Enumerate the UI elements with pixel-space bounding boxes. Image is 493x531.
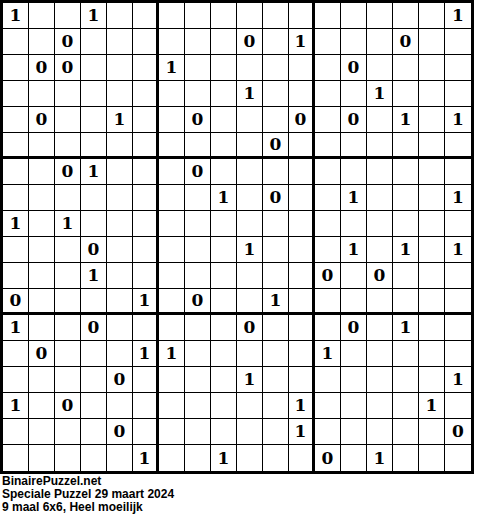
cell-r13c12[interactable] xyxy=(289,315,315,341)
cell-r10c13[interactable] xyxy=(315,237,341,263)
cell-r16c7[interactable] xyxy=(159,393,185,419)
cell-r4c18[interactable] xyxy=(445,81,471,107)
cell-r1c2[interactable] xyxy=(29,3,55,29)
cell-r15c1[interactable] xyxy=(3,367,29,393)
cell-r1c8[interactable] xyxy=(185,3,211,29)
cell-r7c18[interactable] xyxy=(445,159,471,185)
cell-r11c18[interactable] xyxy=(445,263,471,289)
cell-r5c12: 0 xyxy=(289,107,315,133)
cell-r6c3[interactable] xyxy=(55,133,81,159)
cell-r10c12[interactable] xyxy=(289,237,315,263)
cell-r13c10: 0 xyxy=(237,315,263,341)
cell-r10c2[interactable] xyxy=(29,237,55,263)
cell-r3c1[interactable] xyxy=(3,55,29,81)
cell-r17c17[interactable] xyxy=(419,419,445,445)
cell-r5c8: 0 xyxy=(185,107,211,133)
cell-r17c3[interactable] xyxy=(55,419,81,445)
cell-r11c9[interactable] xyxy=(211,263,237,289)
cell-r18c16[interactable] xyxy=(393,445,419,471)
cell-r15c5: 0 xyxy=(107,367,133,393)
cell-r4c14[interactable] xyxy=(341,81,367,107)
cell-r7c2[interactable] xyxy=(29,159,55,185)
cell-r17c1[interactable] xyxy=(3,419,29,445)
cell-r3c15[interactable] xyxy=(367,55,393,81)
cell-r4c1[interactable] xyxy=(3,81,29,107)
cell-r7c8: 0 xyxy=(185,159,211,185)
cell-r5c15[interactable] xyxy=(367,107,393,133)
cell-r17c7[interactable] xyxy=(159,419,185,445)
cell-r13c6[interactable] xyxy=(133,315,159,341)
cell-r13c5[interactable] xyxy=(107,315,133,341)
cell-r18c8[interactable] xyxy=(185,445,211,471)
cell-r16c11[interactable] xyxy=(263,393,289,419)
cell-r6c1[interactable] xyxy=(3,133,29,159)
cell-r14c8[interactable] xyxy=(185,341,211,367)
cell-r6c6[interactable] xyxy=(133,133,159,159)
cell-r2c6[interactable] xyxy=(133,29,159,55)
cell-r14c16[interactable] xyxy=(393,341,419,367)
cell-r14c3[interactable] xyxy=(55,341,81,367)
cell-r9c11[interactable] xyxy=(263,211,289,237)
cell-r3c18[interactable] xyxy=(445,55,471,81)
cell-r16c4[interactable] xyxy=(81,393,107,419)
cell-r12c14[interactable] xyxy=(341,289,367,315)
cell-r8c10[interactable] xyxy=(237,185,263,211)
cell-r11c7[interactable] xyxy=(159,263,185,289)
cell-r12c13[interactable] xyxy=(315,289,341,315)
cell-r11c13: 0 xyxy=(315,263,341,289)
cell-r9c12[interactable] xyxy=(289,211,315,237)
cell-r11c1[interactable] xyxy=(3,263,29,289)
cell-r13c16: 1 xyxy=(393,315,419,341)
cell-r10c6[interactable] xyxy=(133,237,159,263)
cell-r10c16: 1 xyxy=(393,237,419,263)
cell-r15c17[interactable] xyxy=(419,367,445,393)
cell-r12c9[interactable] xyxy=(211,289,237,315)
cell-r16c10[interactable] xyxy=(237,393,263,419)
cell-r10c1[interactable] xyxy=(3,237,29,263)
cell-r7c1[interactable] xyxy=(3,159,29,185)
cell-r15c4[interactable] xyxy=(81,367,107,393)
cell-r9c2[interactable] xyxy=(29,211,55,237)
cell-r7c17[interactable] xyxy=(419,159,445,185)
cell-r12c15[interactable] xyxy=(367,289,393,315)
cell-r16c6[interactable] xyxy=(133,393,159,419)
cell-r11c10[interactable] xyxy=(237,263,263,289)
cell-r7c12[interactable] xyxy=(289,159,315,185)
cell-r5c16: 1 xyxy=(393,107,419,133)
cell-r16c2[interactable] xyxy=(29,393,55,419)
cell-r11c2[interactable] xyxy=(29,263,55,289)
cell-r18c3[interactable] xyxy=(55,445,81,471)
cell-r15c11[interactable] xyxy=(263,367,289,393)
cell-r13c11[interactable] xyxy=(263,315,289,341)
cell-r6c9[interactable] xyxy=(211,133,237,159)
cell-r16c3: 0 xyxy=(55,393,81,419)
cell-r18c11[interactable] xyxy=(263,445,289,471)
cell-r18c12[interactable] xyxy=(289,445,315,471)
cell-r18c18[interactable] xyxy=(445,445,471,471)
cell-r4c17[interactable] xyxy=(419,81,445,107)
cell-r9c17[interactable] xyxy=(419,211,445,237)
cell-r3c8[interactable] xyxy=(185,55,211,81)
cell-r12c8: 0 xyxy=(185,289,211,315)
cell-r2c17[interactable] xyxy=(419,29,445,55)
cell-r14c12[interactable] xyxy=(289,341,315,367)
cell-r4c7[interactable] xyxy=(159,81,185,107)
cell-r16c5[interactable] xyxy=(107,393,133,419)
cell-r6c5[interactable] xyxy=(107,133,133,159)
cell-r14c17[interactable] xyxy=(419,341,445,367)
cell-r18c4[interactable] xyxy=(81,445,107,471)
cell-r12c1: 0 xyxy=(3,289,29,315)
cell-r17c15[interactable] xyxy=(367,419,393,445)
cell-r8c17[interactable] xyxy=(419,185,445,211)
cell-r10c3[interactable] xyxy=(55,237,81,263)
cell-r12c11: 1 xyxy=(263,289,289,315)
cell-r15c8[interactable] xyxy=(185,367,211,393)
cell-r13c17[interactable] xyxy=(419,315,445,341)
cell-r4c5[interactable] xyxy=(107,81,133,107)
cell-r2c12: 1 xyxy=(289,29,315,55)
cell-r12c18[interactable] xyxy=(445,289,471,315)
cell-r14c4[interactable] xyxy=(81,341,107,367)
cell-r12c17[interactable] xyxy=(419,289,445,315)
cell-r15c18: 1 xyxy=(445,367,471,393)
cell-r3c2: 0 xyxy=(29,55,55,81)
cell-r2c15[interactable] xyxy=(367,29,393,55)
cell-r12c7[interactable] xyxy=(159,289,185,315)
cell-r9c15[interactable] xyxy=(367,211,393,237)
cell-r15c7[interactable] xyxy=(159,367,185,393)
cell-r8c13[interactable] xyxy=(315,185,341,211)
cell-r6c10[interactable] xyxy=(237,133,263,159)
cell-r3c3: 0 xyxy=(55,55,81,81)
cell-r11c17[interactable] xyxy=(419,263,445,289)
cell-r4c6[interactable] xyxy=(133,81,159,107)
cell-r9c5[interactable] xyxy=(107,211,133,237)
cell-r6c18[interactable] xyxy=(445,133,471,159)
cell-r9c10[interactable] xyxy=(237,211,263,237)
cell-r9c8[interactable] xyxy=(185,211,211,237)
cell-r17c12: 1 xyxy=(289,419,315,445)
cell-r16c18[interactable] xyxy=(445,393,471,419)
cell-r3c11[interactable] xyxy=(263,55,289,81)
cell-r15c3[interactable] xyxy=(55,367,81,393)
cell-r11c4: 1 xyxy=(81,263,107,289)
cell-r18c14[interactable] xyxy=(341,445,367,471)
cell-r15c12[interactable] xyxy=(289,367,315,393)
cell-r13c3[interactable] xyxy=(55,315,81,341)
cell-r7c5[interactable] xyxy=(107,159,133,185)
cell-r4c2[interactable] xyxy=(29,81,55,107)
cell-r1c13[interactable] xyxy=(315,3,341,29)
cell-r10c15[interactable] xyxy=(367,237,393,263)
cell-r2c16: 0 xyxy=(393,29,419,55)
cell-r11c3[interactable] xyxy=(55,263,81,289)
cell-r14c14[interactable] xyxy=(341,341,367,367)
cell-r1c5[interactable] xyxy=(107,3,133,29)
cell-r11c5[interactable] xyxy=(107,263,133,289)
cell-r6c4[interactable] xyxy=(81,133,107,159)
cell-r1c11[interactable] xyxy=(263,3,289,29)
cell-r17c10[interactable] xyxy=(237,419,263,445)
cell-r6c7[interactable] xyxy=(159,133,185,159)
cell-r9c16[interactable] xyxy=(393,211,419,237)
cell-r18c2[interactable] xyxy=(29,445,55,471)
footer: BinairePuzzel.net Speciale Puzzel 29 maa… xyxy=(0,474,493,514)
cell-r18c17[interactable] xyxy=(419,445,445,471)
cell-r4c4[interactable] xyxy=(81,81,107,107)
cell-r16c15[interactable] xyxy=(367,393,393,419)
cell-r15c9[interactable] xyxy=(211,367,237,393)
cell-r17c13[interactable] xyxy=(315,419,341,445)
cell-r14c1[interactable] xyxy=(3,341,29,367)
cell-r2c13[interactable] xyxy=(315,29,341,55)
cell-r5c3[interactable] xyxy=(55,107,81,133)
cell-r2c8[interactable] xyxy=(185,29,211,55)
cell-r2c2[interactable] xyxy=(29,29,55,55)
cell-r3c4[interactable] xyxy=(81,55,107,81)
cell-r9c14[interactable] xyxy=(341,211,367,237)
cell-r13c7[interactable] xyxy=(159,315,185,341)
cell-r14c11[interactable] xyxy=(263,341,289,367)
cell-r3c12[interactable] xyxy=(289,55,315,81)
cell-r5c14: 0 xyxy=(341,107,367,133)
cell-r18c5[interactable] xyxy=(107,445,133,471)
cell-r12c3[interactable] xyxy=(55,289,81,315)
cell-r8c12[interactable] xyxy=(289,185,315,211)
cell-r1c9[interactable] xyxy=(211,3,237,29)
cell-r5c17[interactable] xyxy=(419,107,445,133)
cell-r7c14[interactable] xyxy=(341,159,367,185)
cell-r8c15[interactable] xyxy=(367,185,393,211)
cell-r14c10[interactable] xyxy=(237,341,263,367)
cell-r6c14[interactable] xyxy=(341,133,367,159)
cell-r1c10[interactable] xyxy=(237,3,263,29)
cell-r14c9[interactable] xyxy=(211,341,237,367)
cell-r1c3[interactable] xyxy=(55,3,81,29)
cell-r9c7[interactable] xyxy=(159,211,185,237)
cell-r13c9[interactable] xyxy=(211,315,237,341)
cell-r9c9[interactable] xyxy=(211,211,237,237)
cell-r3c6[interactable] xyxy=(133,55,159,81)
cell-r1c14[interactable] xyxy=(341,3,367,29)
cell-r5c10[interactable] xyxy=(237,107,263,133)
cell-r4c8[interactable] xyxy=(185,81,211,107)
cell-r3c10[interactable] xyxy=(237,55,263,81)
cell-r11c6[interactable] xyxy=(133,263,159,289)
cell-r11c11[interactable] xyxy=(263,263,289,289)
cell-r1c16[interactable] xyxy=(393,3,419,29)
cell-r18c7[interactable] xyxy=(159,445,185,471)
cell-r18c10[interactable] xyxy=(237,445,263,471)
cell-r12c10[interactable] xyxy=(237,289,263,315)
cell-r7c11[interactable] xyxy=(263,159,289,185)
cell-r14c13: 1 xyxy=(315,341,341,367)
cell-r9c13[interactable] xyxy=(315,211,341,237)
cell-r9c6[interactable] xyxy=(133,211,159,237)
cell-r16c13[interactable] xyxy=(315,393,341,419)
cell-r4c11[interactable] xyxy=(263,81,289,107)
cell-r17c11[interactable] xyxy=(263,419,289,445)
cell-r2c5[interactable] xyxy=(107,29,133,55)
cell-r5c4[interactable] xyxy=(81,107,107,133)
cell-r10c5[interactable] xyxy=(107,237,133,263)
cell-r6c13[interactable] xyxy=(315,133,341,159)
cell-r6c16[interactable] xyxy=(393,133,419,159)
cell-r3c17[interactable] xyxy=(419,55,445,81)
cell-r13c15[interactable] xyxy=(367,315,393,341)
cell-r2c7[interactable] xyxy=(159,29,185,55)
cell-r15c6[interactable] xyxy=(133,367,159,393)
cell-r2c1[interactable] xyxy=(3,29,29,55)
cell-r13c4: 0 xyxy=(81,315,107,341)
cell-r11c12[interactable] xyxy=(289,263,315,289)
cell-r8c1[interactable] xyxy=(3,185,29,211)
cell-r17c9[interactable] xyxy=(211,419,237,445)
cell-r13c2[interactable] xyxy=(29,315,55,341)
cell-r11c14[interactable] xyxy=(341,263,367,289)
cell-r1c7[interactable] xyxy=(159,3,185,29)
cell-r10c4: 0 xyxy=(81,237,107,263)
cell-r8c8[interactable] xyxy=(185,185,211,211)
cell-r8c4[interactable] xyxy=(81,185,107,211)
cell-r17c4[interactable] xyxy=(81,419,107,445)
cell-r18c15: 1 xyxy=(367,445,393,471)
cell-r16c9[interactable] xyxy=(211,393,237,419)
cell-r18c13: 0 xyxy=(315,445,341,471)
cell-r17c2[interactable] xyxy=(29,419,55,445)
cell-r18c6: 1 xyxy=(133,445,159,471)
cell-r16c16[interactable] xyxy=(393,393,419,419)
cell-r5c6[interactable] xyxy=(133,107,159,133)
cell-r1c15[interactable] xyxy=(367,3,393,29)
cell-r12c16[interactable] xyxy=(393,289,419,315)
cell-r8c18: 1 xyxy=(445,185,471,211)
cell-r17c8[interactable] xyxy=(185,419,211,445)
cell-r8c2[interactable] xyxy=(29,185,55,211)
cell-r16c12: 1 xyxy=(289,393,315,419)
cell-r12c5[interactable] xyxy=(107,289,133,315)
cell-r16c8[interactable] xyxy=(185,393,211,419)
cell-r12c2[interactable] xyxy=(29,289,55,315)
cell-r10c8[interactable] xyxy=(185,237,211,263)
cell-r18c1[interactable] xyxy=(3,445,29,471)
cell-r11c8[interactable] xyxy=(185,263,211,289)
cell-r7c7[interactable] xyxy=(159,159,185,185)
cell-r5c11[interactable] xyxy=(263,107,289,133)
cell-r15c2[interactable] xyxy=(29,367,55,393)
cell-r13c18[interactable] xyxy=(445,315,471,341)
cell-r1c12[interactable] xyxy=(289,3,315,29)
cell-r8c5[interactable] xyxy=(107,185,133,211)
cell-r6c8[interactable] xyxy=(185,133,211,159)
cell-r12c12[interactable] xyxy=(289,289,315,315)
cell-r8c6[interactable] xyxy=(133,185,159,211)
cell-r10c10: 1 xyxy=(237,237,263,263)
cell-r11c16[interactable] xyxy=(393,263,419,289)
cell-r13c14: 0 xyxy=(341,315,367,341)
cell-r14c15[interactable] xyxy=(367,341,393,367)
cell-r17c16[interactable] xyxy=(393,419,419,445)
cell-r15c14[interactable] xyxy=(341,367,367,393)
cell-r3c13[interactable] xyxy=(315,55,341,81)
cell-r3c14: 0 xyxy=(341,55,367,81)
cell-r10c11[interactable] xyxy=(263,237,289,263)
cell-r8c7[interactable] xyxy=(159,185,185,211)
cell-r16c1: 1 xyxy=(3,393,29,419)
cell-r8c3[interactable] xyxy=(55,185,81,211)
cell-r10c9[interactable] xyxy=(211,237,237,263)
cell-r5c9[interactable] xyxy=(211,107,237,133)
cell-r6c17[interactable] xyxy=(419,133,445,159)
cell-r1c6[interactable] xyxy=(133,3,159,29)
cell-r15c15[interactable] xyxy=(367,367,393,393)
cell-r17c6[interactable] xyxy=(133,419,159,445)
cell-r2c9[interactable] xyxy=(211,29,237,55)
cell-r4c12[interactable] xyxy=(289,81,315,107)
cell-r6c2[interactable] xyxy=(29,133,55,159)
cell-r2c4[interactable] xyxy=(81,29,107,55)
cell-r7c6[interactable] xyxy=(133,159,159,185)
cell-r1c17[interactable] xyxy=(419,3,445,29)
cell-r7c15[interactable] xyxy=(367,159,393,185)
cell-r8c16[interactable] xyxy=(393,185,419,211)
cell-r9c4[interactable] xyxy=(81,211,107,237)
cell-r4c3[interactable] xyxy=(55,81,81,107)
cell-r14c5[interactable] xyxy=(107,341,133,367)
cell-r6c11: 0 xyxy=(263,133,289,159)
cell-r16c14[interactable] xyxy=(341,393,367,419)
cell-r4c13[interactable] xyxy=(315,81,341,107)
cell-r15c16[interactable] xyxy=(393,367,419,393)
cell-r6c15[interactable] xyxy=(367,133,393,159)
cell-r9c18[interactable] xyxy=(445,211,471,237)
cell-r12c4[interactable] xyxy=(81,289,107,315)
cell-r10c17[interactable] xyxy=(419,237,445,263)
cell-r7c16[interactable] xyxy=(393,159,419,185)
cell-r5c13[interactable] xyxy=(315,107,341,133)
cell-r5c1[interactable] xyxy=(3,107,29,133)
cell-r17c14[interactable] xyxy=(341,419,367,445)
cell-r3c16[interactable] xyxy=(393,55,419,81)
cell-r9c3: 1 xyxy=(55,211,81,237)
cell-r4c16[interactable] xyxy=(393,81,419,107)
cell-r13c13[interactable] xyxy=(315,315,341,341)
cell-r9c1: 1 xyxy=(3,211,29,237)
cell-r14c7: 1 xyxy=(159,341,185,367)
cell-r2c14[interactable] xyxy=(341,29,367,55)
cell-r7c13[interactable] xyxy=(315,159,341,185)
cell-r4c15: 1 xyxy=(367,81,393,107)
cell-r4c9[interactable] xyxy=(211,81,237,107)
cell-r7c10[interactable] xyxy=(237,159,263,185)
cell-r17c18: 0 xyxy=(445,419,471,445)
cell-r14c18[interactable] xyxy=(445,341,471,367)
cell-r10c7[interactable] xyxy=(159,237,185,263)
cell-r13c8[interactable] xyxy=(185,315,211,341)
cell-r13c1: 1 xyxy=(3,315,29,341)
cell-r2c18[interactable] xyxy=(445,29,471,55)
cell-r3c9[interactable] xyxy=(211,55,237,81)
cell-r3c5[interactable] xyxy=(107,55,133,81)
cell-r5c7[interactable] xyxy=(159,107,185,133)
cell-r15c13[interactable] xyxy=(315,367,341,393)
cell-r6c12[interactable] xyxy=(289,133,315,159)
cell-r7c9[interactable] xyxy=(211,159,237,185)
cell-r2c11[interactable] xyxy=(263,29,289,55)
